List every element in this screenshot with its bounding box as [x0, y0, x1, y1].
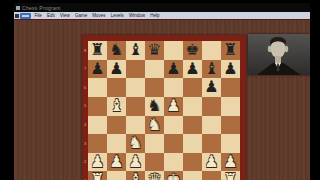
square-c7[interactable] — [126, 60, 145, 79]
piece-white-pawn[interactable]: ♟ — [88, 153, 107, 172]
square-g7[interactable]: ♝ — [202, 60, 221, 79]
piece-black-pawn[interactable]: ♟ — [88, 60, 107, 79]
square-b2[interactable]: ♟ — [107, 153, 126, 172]
menu-item-window[interactable]: Window — [126, 13, 147, 18]
square-g2[interactable]: ♟ — [202, 153, 221, 172]
square-d4[interactable]: ♞ — [145, 116, 164, 135]
app-icon — [16, 6, 20, 10]
piece-black-queen[interactable]: ♛ — [145, 41, 164, 60]
piece-white-pawn[interactable]: ♟ — [202, 153, 221, 172]
square-a8[interactable]: ♜ — [88, 41, 107, 60]
piece-white-pawn[interactable]: ♟ — [164, 97, 183, 116]
menu-item-levels[interactable]: Levels — [108, 13, 126, 18]
piece-black-bishop[interactable]: ♝ — [202, 60, 221, 79]
square-h4[interactable] — [221, 116, 240, 135]
rank-label-4: 4 — [83, 123, 88, 127]
square-g5[interactable] — [202, 97, 221, 116]
square-c5[interactable] — [126, 97, 145, 116]
square-a3[interactable] — [88, 134, 107, 153]
window-title: Chess Program — [22, 5, 61, 11]
square-f6[interactable] — [183, 78, 202, 97]
square-g6[interactable]: ♟ — [202, 78, 221, 97]
square-a5[interactable] — [88, 97, 107, 116]
piece-white-knight[interactable]: ♞ — [126, 134, 145, 153]
piece-black-pawn[interactable]: ♟ — [183, 60, 202, 79]
piece-white-rook[interactable]: ♜ — [88, 171, 107, 180]
square-e4[interactable] — [164, 116, 183, 135]
square-g4[interactable] — [202, 116, 221, 135]
square-h1[interactable]: ♜ — [221, 171, 240, 180]
piece-black-knight[interactable]: ♞ — [107, 41, 126, 60]
document-icon — [15, 14, 19, 18]
chess-app-window: Chess Program FileEditViewGameMovesLevel… — [14, 3, 310, 180]
square-a2[interactable]: ♟ — [88, 153, 107, 172]
rank-label-3: 3 — [83, 142, 88, 146]
square-e1[interactable]: ♚ — [164, 171, 183, 180]
square-e6[interactable] — [164, 78, 183, 97]
square-a7[interactable]: ♟ — [88, 60, 107, 79]
square-a6[interactable] — [88, 78, 107, 97]
square-f4[interactable] — [183, 116, 202, 135]
square-h8[interactable]: ♜ — [221, 41, 240, 60]
square-b1[interactable] — [107, 171, 126, 180]
chess-board: ♜♞♝♛♚♜♟♟♟♟♝♟♟♝♞♟♞♞♟♟♟♟♟♜♝♛♚♜ 87654321 ab… — [82, 35, 246, 180]
square-e8[interactable] — [164, 41, 183, 60]
menu-item-file[interactable]: File — [32, 13, 44, 18]
rank-label-1: 1 — [83, 179, 88, 180]
piece-black-knight[interactable]: ♞ — [145, 97, 164, 116]
square-b6[interactable] — [107, 78, 126, 97]
square-h5[interactable] — [221, 97, 240, 116]
square-f3[interactable] — [183, 134, 202, 153]
piece-black-rook[interactable]: ♜ — [88, 41, 107, 60]
video-frame: { "window": { "title": "Chess Program", … — [0, 0, 320, 180]
square-a1[interactable]: ♜ — [88, 171, 107, 180]
rank-label-6: 6 — [83, 86, 88, 90]
square-c3[interactable]: ♞ — [126, 134, 145, 153]
rank-label-7: 7 — [83, 67, 88, 71]
square-d2[interactable] — [145, 153, 164, 172]
portrait-icon — [248, 34, 310, 75]
square-g8[interactable] — [202, 41, 221, 60]
menu-item-moves[interactable]: Moves — [90, 13, 108, 18]
player-photo — [248, 34, 310, 75]
square-b8[interactable]: ♞ — [107, 41, 126, 60]
square-a4[interactable] — [88, 116, 107, 135]
piece-white-bishop[interactable]: ♝ — [107, 97, 126, 116]
menu-item-game[interactable]: Game — [72, 13, 89, 18]
piece-black-king[interactable]: ♚ — [183, 41, 202, 60]
square-g1[interactable] — [202, 171, 221, 180]
square-e5[interactable]: ♟ — [164, 97, 183, 116]
toolbar-active-button[interactable] — [20, 13, 31, 19]
square-e2[interactable] — [164, 153, 183, 172]
square-h3[interactable] — [221, 134, 240, 153]
square-f5[interactable] — [183, 97, 202, 116]
square-f2[interactable] — [183, 153, 202, 172]
square-c2[interactable]: ♟ — [126, 153, 145, 172]
piece-black-pawn[interactable]: ♟ — [107, 60, 126, 79]
square-d1[interactable]: ♛ — [145, 171, 164, 180]
square-e7[interactable]: ♟ — [164, 60, 183, 79]
square-h6[interactable] — [221, 78, 240, 97]
square-g3[interactable] — [202, 134, 221, 153]
rank-label-8: 8 — [83, 49, 88, 53]
square-h7[interactable]: ♟ — [221, 60, 240, 79]
menu-item-help[interactable]: Help — [148, 13, 162, 18]
menu-bar: FileEditViewGameMovesLevelsWindowHelp — [14, 12, 310, 20]
board-grid: ♜♞♝♛♚♜♟♟♟♟♝♟♟♝♞♟♞♞♟♟♟♟♟♜♝♛♚♜ — [88, 41, 240, 180]
piece-white-pawn[interactable]: ♟ — [107, 153, 126, 172]
square-d5[interactable]: ♞ — [145, 97, 164, 116]
square-b4[interactable] — [107, 116, 126, 135]
square-f8[interactable]: ♚ — [183, 41, 202, 60]
menu-item-view[interactable]: View — [57, 13, 72, 18]
square-c8[interactable]: ♝ — [126, 41, 145, 60]
square-b3[interactable] — [107, 134, 126, 153]
window-content: ♜♞♝♛♚♜♟♟♟♟♝♟♟♝♞♟♞♞♟♟♟♟♟♜♝♛♚♜ 87654321 ab… — [14, 20, 310, 180]
piece-white-king[interactable]: ♚ — [164, 171, 183, 180]
square-c6[interactable] — [126, 78, 145, 97]
square-d8[interactable]: ♛ — [145, 41, 164, 60]
piece-white-rook[interactable]: ♜ — [221, 171, 240, 180]
piece-white-pawn[interactable]: ♟ — [221, 153, 240, 172]
menu-item-edit[interactable]: Edit — [44, 13, 57, 18]
rank-label-5: 5 — [83, 104, 88, 108]
menu-items-group: FileEditViewGameMovesLevelsWindowHelp — [32, 13, 162, 18]
square-d7[interactable] — [145, 60, 164, 79]
piece-white-pawn[interactable]: ♟ — [126, 153, 145, 172]
square-d3[interactable] — [145, 134, 164, 153]
piece-black-rook[interactable]: ♜ — [221, 41, 240, 60]
piece-black-pawn[interactable]: ♟ — [202, 78, 221, 97]
square-b5[interactable]: ♝ — [107, 97, 126, 116]
piece-white-knight[interactable]: ♞ — [145, 116, 164, 135]
piece-white-queen[interactable]: ♛ — [145, 171, 164, 180]
square-f1[interactable] — [183, 171, 202, 180]
square-f7[interactable]: ♟ — [183, 60, 202, 79]
piece-black-pawn[interactable]: ♟ — [164, 60, 183, 79]
square-b7[interactable]: ♟ — [107, 60, 126, 79]
piece-black-bishop[interactable]: ♝ — [126, 41, 145, 60]
square-c1[interactable]: ♝ — [126, 171, 145, 180]
square-e3[interactable] — [164, 134, 183, 153]
square-d6[interactable] — [145, 78, 164, 97]
rank-label-2: 2 — [83, 160, 88, 164]
piece-white-bishop[interactable]: ♝ — [126, 171, 145, 180]
square-c4[interactable] — [126, 116, 145, 135]
square-h2[interactable]: ♟ — [221, 153, 240, 172]
title-bar: Chess Program — [14, 3, 310, 12]
piece-black-pawn[interactable]: ♟ — [221, 60, 240, 79]
